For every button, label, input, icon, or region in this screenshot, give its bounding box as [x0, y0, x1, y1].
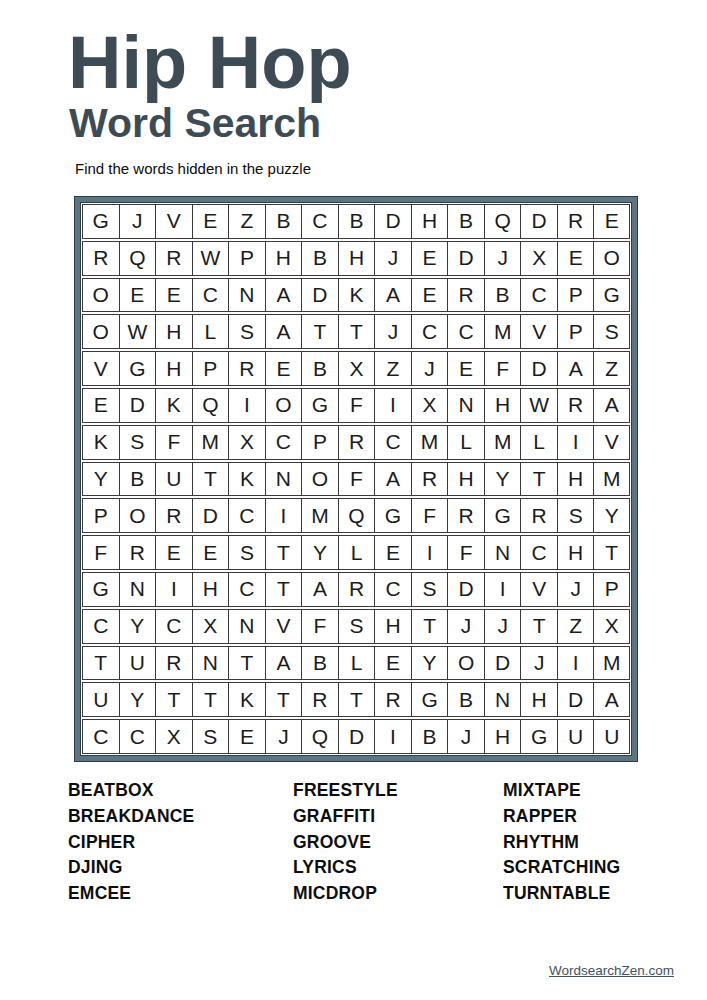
grid-cell-r9c13: R	[520, 498, 557, 533]
grid-cell-r11c15: P	[593, 572, 630, 607]
grid-cell-r11c4: H	[192, 572, 229, 607]
grid-cell-r6c1: E	[82, 388, 119, 423]
grid-cell-r7c7: P	[301, 425, 338, 460]
grid-cell-r8c5: K	[228, 462, 265, 497]
grid-cell-r11c10: S	[411, 572, 448, 607]
grid-cell-r7c5: X	[228, 425, 265, 460]
grid-cell-r6c4: Q	[192, 388, 229, 423]
word-item: BEATBOX	[68, 778, 194, 804]
grid-cell-r9c1: P	[82, 498, 119, 533]
grid-cell-r4c14: P	[557, 314, 594, 349]
grid-cell-r5c15: Z	[593, 351, 630, 386]
grid-cell-r15c10: B	[411, 719, 448, 754]
grid-cell-r5c11: E	[447, 351, 484, 386]
grid-cell-r3c8: K	[338, 278, 375, 313]
grid-cell-r8c14: H	[557, 462, 594, 497]
word-item: SCRATCHING	[503, 855, 620, 881]
grid-cell-r8c13: T	[520, 462, 557, 497]
grid-cell-r10c8: L	[338, 535, 375, 570]
grid-cell-r2c4: W	[192, 241, 229, 276]
grid-cell-r2c15: O	[593, 241, 630, 276]
grid-cell-r14c15: A	[593, 682, 630, 717]
grid-cell-r7c9: C	[374, 425, 411, 460]
grid-cell-r11c6: T	[265, 572, 302, 607]
grid-cell-r8c4: T	[192, 462, 229, 497]
grid-cell-r8c6: N	[265, 462, 302, 497]
grid-cell-r1c14: R	[557, 204, 594, 239]
grid-cell-r4c7: T	[301, 314, 338, 349]
word-item: RAPPER	[503, 804, 620, 830]
grid-cell-r11c9: C	[374, 572, 411, 607]
grid-cell-r6c15: A	[593, 388, 630, 423]
word-item: LYRICS	[293, 855, 398, 881]
grid-cell-r6c14: R	[557, 388, 594, 423]
word-item: MICDROP	[293, 881, 398, 907]
grid-cell-r15c1: C	[82, 719, 119, 754]
grid-cell-r9c5: C	[228, 498, 265, 533]
grid-cell-r5c12: F	[484, 351, 521, 386]
grid-cell-r13c10: Y	[411, 646, 448, 681]
grid-cell-r12c7: F	[301, 609, 338, 644]
grid-cell-r1c8: B	[338, 204, 375, 239]
grid-cell-r5c10: J	[411, 351, 448, 386]
grid-cell-r10c2: R	[119, 535, 156, 570]
grid-cell-r4c4: L	[192, 314, 229, 349]
grid-cell-r4c13: V	[520, 314, 557, 349]
grid-cell-r2c11: D	[447, 241, 484, 276]
grid-cell-r11c11: D	[447, 572, 484, 607]
grid-cell-r4c5: S	[228, 314, 265, 349]
grid-cell-r7c12: M	[484, 425, 521, 460]
grid-cell-r12c13: T	[520, 609, 557, 644]
grid-cell-r15c12: H	[484, 719, 521, 754]
grid-cell-r8c9: A	[374, 462, 411, 497]
grid-cell-r10c5: S	[228, 535, 265, 570]
grid-cell-r8c2: B	[119, 462, 156, 497]
grid-cell-r6c10: X	[411, 388, 448, 423]
grid-cell-r6c6: O	[265, 388, 302, 423]
grid-cell-r4c9: J	[374, 314, 411, 349]
grid-cell-r9c11: R	[447, 498, 484, 533]
grid-cell-r8c1: Y	[82, 462, 119, 497]
grid-cell-r13c7: B	[301, 646, 338, 681]
page-subtitle-title: Word Search	[69, 101, 321, 146]
word-list-column-3: MIXTAPE RAPPER RHYTHM SCRATCHING TURNTAB…	[503, 778, 620, 907]
grid-cell-r12c9: H	[374, 609, 411, 644]
grid-cell-r12c11: J	[447, 609, 484, 644]
grid-cell-r14c1: U	[82, 682, 119, 717]
grid-cell-r3c4: C	[192, 278, 229, 313]
grid-cell-r3c13: C	[520, 278, 557, 313]
grid-cell-r9c7: M	[301, 498, 338, 533]
grid-cell-r7c15: V	[593, 425, 630, 460]
grid-cell-r12c6: V	[265, 609, 302, 644]
grid-cell-r11c1: G	[82, 572, 119, 607]
grid-cell-r4c3: H	[155, 314, 192, 349]
grid-cell-r15c15: U	[593, 719, 630, 754]
grid-cell-r10c3: E	[155, 535, 192, 570]
grid-cell-r9c3: R	[155, 498, 192, 533]
grid-cell-r10c13: C	[520, 535, 557, 570]
grid-cell-r9c10: F	[411, 498, 448, 533]
grid-cell-r12c10: T	[411, 609, 448, 644]
grid-cell-r14c12: N	[484, 682, 521, 717]
grid-cell-r14c13: H	[520, 682, 557, 717]
grid-cell-r8c10: R	[411, 462, 448, 497]
grid-cell-r5c7: B	[301, 351, 338, 386]
grid-cell-r2c3: R	[155, 241, 192, 276]
word-item: MIXTAPE	[503, 778, 620, 804]
grid-cell-r2c13: X	[520, 241, 557, 276]
instructions-text: Find the words hidden in the puzzle	[75, 160, 311, 177]
footer-site-link[interactable]: WordsearchZen.com	[549, 963, 674, 978]
grid-cell-r12c14: Z	[557, 609, 594, 644]
grid-cell-r15c13: G	[520, 719, 557, 754]
grid-cell-r13c5: T	[228, 646, 265, 681]
word-list-column-1: BEATBOX BREAKDANCE CIPHER DJING EMCEE	[68, 778, 194, 907]
grid-cell-r13c11: O	[447, 646, 484, 681]
word-grid: GJVEZBCBDHBQDRERQRWPHBHJEDJXEOOEECNADKAE…	[80, 202, 632, 756]
grid-cell-r6c12: H	[484, 388, 521, 423]
grid-cell-r15c4: S	[192, 719, 229, 754]
grid-cell-r11c14: J	[557, 572, 594, 607]
grid-cell-r6c13: W	[520, 388, 557, 423]
grid-cell-r14c6: T	[265, 682, 302, 717]
grid-cell-r12c5: N	[228, 609, 265, 644]
grid-cell-r5c13: D	[520, 351, 557, 386]
grid-cell-r10c11: F	[447, 535, 484, 570]
grid-cell-r6c2: D	[119, 388, 156, 423]
grid-cell-r13c9: E	[374, 646, 411, 681]
grid-cell-r14c2: Y	[119, 682, 156, 717]
grid-cell-r4c1: O	[82, 314, 119, 349]
grid-cell-r15c8: D	[338, 719, 375, 754]
grid-cell-r1c1: G	[82, 204, 119, 239]
grid-cell-r2c8: H	[338, 241, 375, 276]
word-item: EMCEE	[68, 881, 194, 907]
grid-cell-r10c7: Y	[301, 535, 338, 570]
grid-cell-r11c3: I	[155, 572, 192, 607]
grid-cell-r6c9: I	[374, 388, 411, 423]
grid-cell-r2c6: H	[265, 241, 302, 276]
word-item: BREAKDANCE	[68, 804, 194, 830]
grid-cell-r4c10: C	[411, 314, 448, 349]
grid-cell-r10c1: F	[82, 535, 119, 570]
grid-cell-r7c4: M	[192, 425, 229, 460]
grid-cell-r1c2: J	[119, 204, 156, 239]
word-item: GRAFFITI	[293, 804, 398, 830]
grid-cell-r2c12: J	[484, 241, 521, 276]
grid-cell-r2c7: B	[301, 241, 338, 276]
grid-cell-r7c14: I	[557, 425, 594, 460]
grid-cell-r4c2: W	[119, 314, 156, 349]
grid-cell-r15c9: I	[374, 719, 411, 754]
grid-cell-r11c8: R	[338, 572, 375, 607]
grid-cell-r11c13: V	[520, 572, 557, 607]
grid-cell-r1c4: E	[192, 204, 229, 239]
grid-cell-r13c1: T	[82, 646, 119, 681]
grid-cell-r3c3: E	[155, 278, 192, 313]
grid-cell-r13c3: R	[155, 646, 192, 681]
grid-cell-r15c7: Q	[301, 719, 338, 754]
grid-cell-r3c11: R	[447, 278, 484, 313]
grid-cell-r14c8: T	[338, 682, 375, 717]
word-item: TURNTABLE	[503, 881, 620, 907]
word-search-page: Hip Hop Word Search Find the words hidde…	[0, 0, 707, 1000]
grid-cell-r7c2: S	[119, 425, 156, 460]
grid-cell-r9c8: Q	[338, 498, 375, 533]
grid-cell-r3c15: G	[593, 278, 630, 313]
grid-cell-r10c6: T	[265, 535, 302, 570]
grid-cell-r3c14: P	[557, 278, 594, 313]
grid-cell-r3c6: A	[265, 278, 302, 313]
grid-cell-r10c4: E	[192, 535, 229, 570]
grid-cell-r9c14: S	[557, 498, 594, 533]
grid-cell-r9c2: O	[119, 498, 156, 533]
grid-cell-r7c1: K	[82, 425, 119, 460]
grid-cell-r4c6: A	[265, 314, 302, 349]
grid-cell-r10c10: I	[411, 535, 448, 570]
grid-cell-r15c14: U	[557, 719, 594, 754]
grid-cell-r3c9: A	[374, 278, 411, 313]
grid-cell-r6c7: G	[301, 388, 338, 423]
grid-cell-r8c12: Y	[484, 462, 521, 497]
grid-cell-r1c5: Z	[228, 204, 265, 239]
grid-cell-r13c15: M	[593, 646, 630, 681]
grid-cell-r5c5: R	[228, 351, 265, 386]
grid-cell-r7c13: L	[520, 425, 557, 460]
grid-cell-r3c2: E	[119, 278, 156, 313]
grid-cell-r1c11: B	[447, 204, 484, 239]
word-item: RHYTHM	[503, 830, 620, 856]
grid-cell-r7c3: F	[155, 425, 192, 460]
grid-cell-r1c10: H	[411, 204, 448, 239]
grid-cell-r8c3: U	[155, 462, 192, 497]
grid-cell-r5c14: A	[557, 351, 594, 386]
grid-cell-r13c8: L	[338, 646, 375, 681]
grid-cell-r15c5: E	[228, 719, 265, 754]
grid-cell-r2c10: E	[411, 241, 448, 276]
grid-cell-r8c8: F	[338, 462, 375, 497]
grid-cell-r13c2: U	[119, 646, 156, 681]
grid-cell-r9c12: G	[484, 498, 521, 533]
grid-cell-r7c6: C	[265, 425, 302, 460]
grid-cell-r8c11: H	[447, 462, 484, 497]
grid-cell-r1c7: C	[301, 204, 338, 239]
grid-cell-r1c6: B	[265, 204, 302, 239]
grid-cell-r15c2: C	[119, 719, 156, 754]
grid-cell-r14c4: T	[192, 682, 229, 717]
grid-cell-r8c7: O	[301, 462, 338, 497]
grid-cell-r3c5: N	[228, 278, 265, 313]
grid-cell-r11c12: I	[484, 572, 521, 607]
grid-cell-r11c5: C	[228, 572, 265, 607]
grid-cell-r6c8: F	[338, 388, 375, 423]
word-item: GROOVE	[293, 830, 398, 856]
grid-cell-r10c15: T	[593, 535, 630, 570]
grid-cell-r7c11: L	[447, 425, 484, 460]
grid-cell-r13c12: D	[484, 646, 521, 681]
grid-cell-r12c2: Y	[119, 609, 156, 644]
grid-cell-r7c8: R	[338, 425, 375, 460]
grid-cell-r11c7: A	[301, 572, 338, 607]
grid-cell-r14c10: G	[411, 682, 448, 717]
grid-cell-r9c9: G	[374, 498, 411, 533]
grid-cell-r2c9: J	[374, 241, 411, 276]
grid-cell-r4c11: C	[447, 314, 484, 349]
grid-cell-r5c4: P	[192, 351, 229, 386]
grid-cell-r5c1: V	[82, 351, 119, 386]
grid-cell-r12c4: X	[192, 609, 229, 644]
grid-cell-r10c14: H	[557, 535, 594, 570]
grid-cell-r5c6: E	[265, 351, 302, 386]
grid-cell-r5c9: Z	[374, 351, 411, 386]
grid-cell-r12c1: C	[82, 609, 119, 644]
grid-cell-r2c1: R	[82, 241, 119, 276]
grid-cell-r15c11: J	[447, 719, 484, 754]
grid-cell-r13c13: J	[520, 646, 557, 681]
page-title: Hip Hop	[68, 24, 352, 102]
grid-cell-r12c3: C	[155, 609, 192, 644]
word-item: FREESTYLE	[293, 778, 398, 804]
grid-cell-r14c3: T	[155, 682, 192, 717]
grid-cell-r6c5: I	[228, 388, 265, 423]
grid-cell-r14c9: R	[374, 682, 411, 717]
grid-cell-r1c15: E	[593, 204, 630, 239]
grid-cell-r10c9: E	[374, 535, 411, 570]
grid-cell-r9c4: D	[192, 498, 229, 533]
grid-cell-r13c4: N	[192, 646, 229, 681]
grid-cell-r12c8: S	[338, 609, 375, 644]
grid-cell-r12c12: J	[484, 609, 521, 644]
word-list-column-2: FREESTYLE GRAFFITI GROOVE LYRICS MICDROP	[293, 778, 398, 907]
grid-cell-r12c15: X	[593, 609, 630, 644]
grid-cell-r3c12: B	[484, 278, 521, 313]
grid-cell-r4c15: S	[593, 314, 630, 349]
grid-cell-r15c6: J	[265, 719, 302, 754]
grid-cell-r11c2: N	[119, 572, 156, 607]
grid-cell-r4c8: T	[338, 314, 375, 349]
grid-cell-r1c13: D	[520, 204, 557, 239]
grid-cell-r1c12: Q	[484, 204, 521, 239]
grid-cell-r5c3: H	[155, 351, 192, 386]
grid-cell-r7c10: M	[411, 425, 448, 460]
grid-cell-r13c14: I	[557, 646, 594, 681]
grid-cell-r3c7: D	[301, 278, 338, 313]
grid-cell-r3c10: E	[411, 278, 448, 313]
word-list: BEATBOX BREAKDANCE CIPHER DJING EMCEE FR…	[0, 778, 707, 908]
grid-cell-r8c15: M	[593, 462, 630, 497]
grid-cell-r6c11: N	[447, 388, 484, 423]
grid-cell-r1c9: D	[374, 204, 411, 239]
grid-cell-r14c5: K	[228, 682, 265, 717]
grid-cell-r5c8: X	[338, 351, 375, 386]
grid-cell-r2c14: E	[557, 241, 594, 276]
grid-cell-r9c6: I	[265, 498, 302, 533]
puzzle-grid-frame: GJVEZBCBDHBQDRERQRWPHBHJEDJXEOOEECNADKAE…	[75, 197, 637, 761]
grid-cell-r13c6: A	[265, 646, 302, 681]
grid-cell-r15c3: X	[155, 719, 192, 754]
word-item: DJING	[68, 855, 194, 881]
grid-cell-r1c3: V	[155, 204, 192, 239]
grid-cell-r9c15: Y	[593, 498, 630, 533]
grid-cell-r5c2: G	[119, 351, 156, 386]
grid-cell-r4c12: M	[484, 314, 521, 349]
grid-cell-r14c7: R	[301, 682, 338, 717]
grid-cell-r2c5: P	[228, 241, 265, 276]
grid-cell-r14c14: D	[557, 682, 594, 717]
word-item: CIPHER	[68, 830, 194, 856]
grid-cell-r3c1: O	[82, 278, 119, 313]
grid-cell-r2c2: Q	[119, 241, 156, 276]
grid-cell-r10c12: N	[484, 535, 521, 570]
grid-cell-r6c3: K	[155, 388, 192, 423]
grid-cell-r14c11: B	[447, 682, 484, 717]
